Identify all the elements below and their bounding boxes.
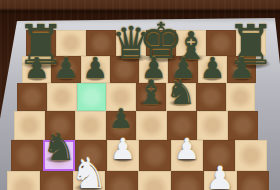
piece-black-pawn-g7[interactable]: ♟ <box>199 54 225 83</box>
pieces-layer: ♜♛♚♝♜♟♟♟♟♟♟♟♝♞♟♞♟♟♞♟ <box>0 0 280 190</box>
piece-white-pawn-d4[interactable]: ♟ <box>110 136 136 165</box>
piece-black-pawn-d5[interactable]: ♟ <box>109 105 133 132</box>
piece-white-pawn-g3[interactable]: ♟ <box>206 162 235 190</box>
piece-white-pawn-f4[interactable]: ♟ <box>174 136 200 165</box>
piece-black-pawn-a7[interactable]: ♟ <box>24 54 50 83</box>
piece-black-pawn-h7[interactable]: ♟ <box>229 54 255 83</box>
piece-black-knight-f6[interactable]: ♞ <box>166 75 196 109</box>
piece-black-pawn-c7[interactable]: ♟ <box>82 54 108 83</box>
chess-game-screenshot: ♜♛♚♝♜♟♟♟♟♟♟♟♝♞♟♞♟♟♞♟ <box>0 0 280 190</box>
piece-black-pawn-b7[interactable]: ♟ <box>53 54 79 83</box>
piece-white-knight-c3[interactable]: ♞ <box>70 153 108 190</box>
piece-black-bishop-e6[interactable]: ♝ <box>136 75 166 109</box>
